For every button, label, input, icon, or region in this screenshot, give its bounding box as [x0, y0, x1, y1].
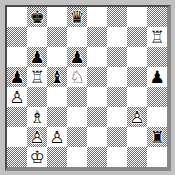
square-d4[interactable]	[67, 87, 87, 107]
square-e5[interactable]	[87, 67, 107, 87]
white-pawn[interactable]: ♟♙	[27, 127, 47, 147]
square-h2[interactable]: ♜	[147, 127, 167, 147]
white-pawn[interactable]: ♟♙	[127, 107, 147, 127]
square-g1[interactable]	[127, 147, 147, 167]
square-g5[interactable]	[127, 67, 147, 87]
square-h8[interactable]	[147, 7, 167, 27]
square-b2[interactable]: ♟♙	[27, 127, 47, 147]
piece-glyph: ♟	[7, 67, 27, 87]
white-bishop[interactable]: ♝♗	[27, 107, 47, 127]
black-king[interactable]: ♚	[27, 7, 47, 27]
square-d2[interactable]	[67, 127, 87, 147]
square-a4[interactable]: ♟♙	[7, 87, 27, 107]
piece-glyph: ♙	[47, 127, 67, 147]
square-d8[interactable]: ♛	[67, 7, 87, 27]
square-d7[interactable]	[67, 27, 87, 47]
black-rook[interactable]: ♜	[147, 127, 167, 147]
piece-glyph: ♘	[67, 67, 87, 87]
square-e1[interactable]	[87, 147, 107, 167]
white-pawn[interactable]: ♟♙	[7, 87, 27, 107]
square-h1[interactable]	[147, 147, 167, 167]
square-c5[interactable]: ♝	[47, 67, 67, 87]
square-c4[interactable]	[47, 87, 67, 107]
square-h3[interactable]	[147, 107, 167, 127]
square-f5[interactable]	[107, 67, 127, 87]
black-bishop[interactable]: ♝	[47, 67, 67, 87]
square-b1[interactable]: ♚♔	[27, 147, 47, 167]
piece-glyph: ♗	[27, 107, 47, 127]
square-a8[interactable]	[7, 7, 27, 27]
square-b5[interactable]: ♜♖	[27, 67, 47, 87]
square-h4[interactable]	[147, 87, 167, 107]
white-pawn[interactable]: ♟♙	[47, 127, 67, 147]
white-rook[interactable]: ♜♖	[147, 27, 167, 47]
square-b6[interactable]: ♟	[27, 47, 47, 67]
piece-glyph: ♙	[127, 107, 147, 127]
square-g2[interactable]	[127, 127, 147, 147]
square-c8[interactable]	[47, 7, 67, 27]
square-g4[interactable]	[127, 87, 147, 107]
piece-glyph: ♟	[27, 47, 47, 67]
square-b7[interactable]	[27, 27, 47, 47]
square-g3[interactable]: ♟♙	[127, 107, 147, 127]
square-e6[interactable]	[87, 47, 107, 67]
white-rook[interactable]: ♜♖	[27, 67, 47, 87]
piece-glyph: ♝	[47, 67, 67, 87]
square-g8[interactable]	[127, 7, 147, 27]
square-e7[interactable]	[87, 27, 107, 47]
piece-glyph: ♚	[27, 7, 47, 27]
chess-board: ♚♛♜♖♟♟♟♜♖♝♞♘♟♟♙♝♗♟♙♟♙♟♙♜♚♔	[7, 7, 167, 167]
piece-glyph: ♟	[67, 47, 87, 67]
square-f7[interactable]	[107, 27, 127, 47]
board-frame: ♚♛♜♖♟♟♟♜♖♝♞♘♟♟♙♝♗♟♙♟♙♟♙♜♚♔	[5, 5, 171, 171]
square-c6[interactable]	[47, 47, 67, 67]
black-pawn[interactable]: ♟	[7, 67, 27, 87]
square-e2[interactable]	[87, 127, 107, 147]
square-f1[interactable]	[107, 147, 127, 167]
square-h6[interactable]	[147, 47, 167, 67]
square-e4[interactable]	[87, 87, 107, 107]
piece-glyph: ♔	[27, 147, 47, 167]
square-f2[interactable]	[107, 127, 127, 147]
black-pawn[interactable]: ♟	[67, 47, 87, 67]
square-a2[interactable]	[7, 127, 27, 147]
white-king[interactable]: ♚♔	[27, 147, 47, 167]
square-f8[interactable]	[107, 7, 127, 27]
square-b3[interactable]: ♝♗	[27, 107, 47, 127]
square-b4[interactable]	[27, 87, 47, 107]
square-h5[interactable]: ♟	[147, 67, 167, 87]
square-g6[interactable]	[127, 47, 147, 67]
square-f3[interactable]	[107, 107, 127, 127]
square-e8[interactable]	[87, 7, 107, 27]
white-knight[interactable]: ♞♘	[67, 67, 87, 87]
black-pawn[interactable]: ♟	[147, 67, 167, 87]
piece-glyph: ♜	[147, 127, 167, 147]
square-d5[interactable]: ♞♘	[67, 67, 87, 87]
piece-glyph: ♛	[67, 7, 87, 27]
piece-glyph: ♖	[147, 27, 167, 47]
square-e3[interactable]	[87, 107, 107, 127]
black-pawn[interactable]: ♟	[27, 47, 47, 67]
square-b8[interactable]: ♚	[27, 7, 47, 27]
piece-glyph: ♖	[27, 67, 47, 87]
square-d6[interactable]: ♟	[67, 47, 87, 67]
piece-glyph: ♙	[7, 87, 27, 107]
square-c2[interactable]: ♟♙	[47, 127, 67, 147]
square-h7[interactable]: ♜♖	[147, 27, 167, 47]
square-d3[interactable]	[67, 107, 87, 127]
square-c7[interactable]	[47, 27, 67, 47]
black-queen[interactable]: ♛	[67, 7, 87, 27]
square-a1[interactable]	[7, 147, 27, 167]
square-a3[interactable]	[7, 107, 27, 127]
piece-glyph: ♙	[27, 127, 47, 147]
piece-glyph: ♟	[147, 67, 167, 87]
square-c1[interactable]	[47, 147, 67, 167]
square-a7[interactable]	[7, 27, 27, 47]
square-c3[interactable]	[47, 107, 67, 127]
square-g7[interactable]	[127, 27, 147, 47]
square-a6[interactable]	[7, 47, 27, 67]
square-f6[interactable]	[107, 47, 127, 67]
square-a5[interactable]: ♟	[7, 67, 27, 87]
square-d1[interactable]	[67, 147, 87, 167]
square-f4[interactable]	[107, 87, 127, 107]
